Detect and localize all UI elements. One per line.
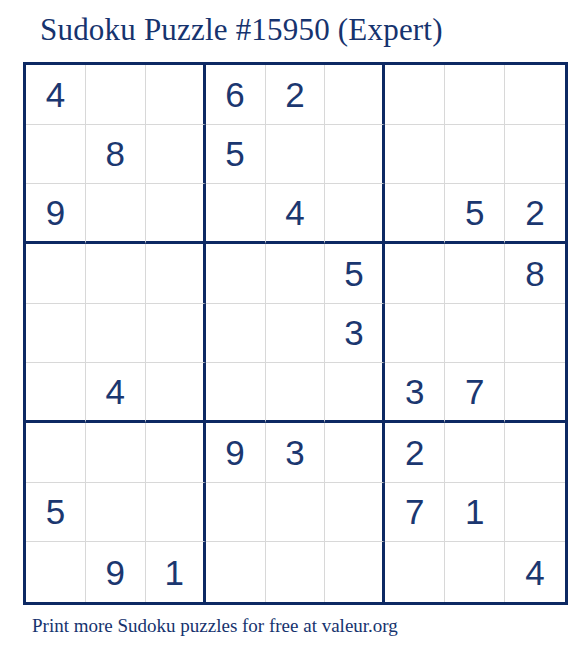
cell-r2c2: 8 <box>86 125 146 185</box>
cell-r7c8 <box>445 423 505 483</box>
cell-r7c5: 3 <box>266 423 326 483</box>
cell-r8c5 <box>266 483 326 543</box>
cell-r1c4: 6 <box>206 65 266 125</box>
cell-r2c7 <box>385 125 445 185</box>
cell-r1c3 <box>146 65 206 125</box>
cell-r5c3 <box>146 304 206 364</box>
cell-r3c3 <box>146 184 206 244</box>
cell-r9c5 <box>266 542 326 602</box>
cell-r4c6: 5 <box>325 244 385 304</box>
cell-r8c4 <box>206 483 266 543</box>
cell-r4c8 <box>445 244 505 304</box>
cell-r9c7 <box>385 542 445 602</box>
cell-r5c8 <box>445 304 505 364</box>
cell-r2c6 <box>325 125 385 185</box>
cell-r6c9 <box>505 363 565 423</box>
cell-r6c8: 7 <box>445 363 505 423</box>
sudoku-grid: 462859452583437932571914 <box>23 62 568 605</box>
cell-r3c8: 5 <box>445 184 505 244</box>
cell-r8c3 <box>146 483 206 543</box>
cell-r3c6 <box>325 184 385 244</box>
cell-r7c9 <box>505 423 565 483</box>
cell-r5c9 <box>505 304 565 364</box>
cell-r4c2 <box>86 244 146 304</box>
cell-r7c1 <box>26 423 86 483</box>
cell-r9c9: 4 <box>505 542 565 602</box>
cell-r9c8 <box>445 542 505 602</box>
cell-r7c4: 9 <box>206 423 266 483</box>
cell-r1c6 <box>325 65 385 125</box>
cell-r7c6 <box>325 423 385 483</box>
cell-r5c7 <box>385 304 445 364</box>
cell-r6c6 <box>325 363 385 423</box>
cell-r8c6 <box>325 483 385 543</box>
cell-r1c5: 2 <box>266 65 326 125</box>
cell-r1c8 <box>445 65 505 125</box>
cell-r5c1 <box>26 304 86 364</box>
cell-r1c2 <box>86 65 146 125</box>
cell-r8c8: 1 <box>445 483 505 543</box>
cell-r5c2 <box>86 304 146 364</box>
cell-r4c1 <box>26 244 86 304</box>
cell-r2c9 <box>505 125 565 185</box>
cell-r7c7: 2 <box>385 423 445 483</box>
cell-r1c7 <box>385 65 445 125</box>
cell-r4c9: 8 <box>505 244 565 304</box>
cell-r6c4 <box>206 363 266 423</box>
cell-r3c7 <box>385 184 445 244</box>
cell-r9c4 <box>206 542 266 602</box>
cell-r4c3 <box>146 244 206 304</box>
cell-r3c9: 2 <box>505 184 565 244</box>
footer-text: Print more Sudoku puzzles for free at va… <box>32 615 398 637</box>
cell-r8c7: 7 <box>385 483 445 543</box>
cell-r8c1: 5 <box>26 483 86 543</box>
cell-r5c6: 3 <box>325 304 385 364</box>
cell-r3c5: 4 <box>266 184 326 244</box>
cell-r2c4: 5 <box>206 125 266 185</box>
cell-r8c2 <box>86 483 146 543</box>
cell-r3c2 <box>86 184 146 244</box>
cell-r5c5 <box>266 304 326 364</box>
cell-r9c6 <box>325 542 385 602</box>
cell-r6c2: 4 <box>86 363 146 423</box>
cell-r1c1: 4 <box>26 65 86 125</box>
cell-r2c5 <box>266 125 326 185</box>
sudoku-page: Sudoku Puzzle #15950 (Expert) 4628594525… <box>0 0 580 651</box>
cell-r4c4 <box>206 244 266 304</box>
cell-r5c4 <box>206 304 266 364</box>
cell-r2c3 <box>146 125 206 185</box>
cell-r9c1 <box>26 542 86 602</box>
cell-r7c3 <box>146 423 206 483</box>
cell-r2c1 <box>26 125 86 185</box>
cell-r6c1 <box>26 363 86 423</box>
cell-r9c3: 1 <box>146 542 206 602</box>
cell-r4c7 <box>385 244 445 304</box>
cell-r6c7: 3 <box>385 363 445 423</box>
cell-r3c1: 9 <box>26 184 86 244</box>
cell-r2c8 <box>445 125 505 185</box>
cell-r4c5 <box>266 244 326 304</box>
cell-r6c5 <box>266 363 326 423</box>
cell-r7c2 <box>86 423 146 483</box>
cell-r8c9 <box>505 483 565 543</box>
page-title: Sudoku Puzzle #15950 (Expert) <box>40 12 443 48</box>
cell-r1c9 <box>505 65 565 125</box>
cell-r9c2: 9 <box>86 542 146 602</box>
cell-r3c4 <box>206 184 266 244</box>
cell-r6c3 <box>146 363 206 423</box>
